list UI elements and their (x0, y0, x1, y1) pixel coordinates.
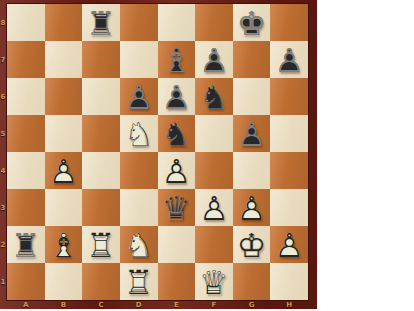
file-label-a: A (7, 301, 45, 309)
square-c5[interactable] (82, 115, 120, 152)
pawn-glyph-outline: ♙ (233, 116, 271, 153)
white-pawn[interactable]: ♟♙ (45, 152, 83, 189)
bishop-glyph-outline: ♗ (45, 227, 83, 264)
square-e7[interactable]: ♝♗ (158, 41, 196, 78)
white-pawn[interactable]: ♟♙ (195, 189, 233, 226)
queen-glyph-outline: ♕ (195, 264, 233, 301)
knight-glyph-outline: ♘ (158, 116, 196, 153)
square-c3[interactable] (82, 189, 120, 226)
square-c8[interactable]: ♜♖ (82, 4, 120, 41)
black-pawn[interactable]: ♟♙ (158, 78, 196, 115)
square-h1[interactable] (270, 263, 308, 300)
square-h3[interactable] (270, 189, 308, 226)
rank-label-6: 6 (0, 78, 6, 115)
square-f8[interactable] (195, 4, 233, 41)
rook-glyph-outline: ♖ (82, 5, 120, 42)
square-c4[interactable] (82, 152, 120, 189)
square-a5[interactable] (7, 115, 45, 152)
pawn-glyph-outline: ♙ (158, 153, 196, 190)
square-b8[interactable] (45, 4, 83, 41)
square-d3[interactable] (120, 189, 158, 226)
king-glyph-outline: ♔ (233, 5, 271, 42)
square-h5[interactable] (270, 115, 308, 152)
rook-glyph-outline: ♖ (7, 227, 45, 264)
black-pawn[interactable]: ♟♙ (270, 41, 308, 78)
rank-label-4: 4 (0, 152, 6, 189)
square-d2[interactable]: ♞♘ (120, 226, 158, 263)
square-d5[interactable]: ♞♘ (120, 115, 158, 152)
file-label-b: B (45, 301, 83, 309)
knight-glyph-outline: ♘ (120, 227, 158, 264)
white-knight[interactable]: ♞♘ (120, 115, 158, 152)
file-label-g: G (233, 301, 271, 309)
square-a4[interactable] (7, 152, 45, 189)
white-king[interactable]: ♚♔ (233, 226, 271, 263)
square-d8[interactable] (120, 4, 158, 41)
chess-board: ♜♖♚♔♝♗♟♙♟♙♟♙♟♙♞♘♞♘♞♘♟♙♟♙♟♙♛♕♟♙♟♙♜♖♝♗♜♖♞♘… (0, 0, 317, 309)
rank-label-5: 5 (0, 115, 6, 152)
square-b2[interactable]: ♝♗ (45, 226, 83, 263)
square-g1[interactable] (233, 263, 271, 300)
pawn-glyph-outline: ♙ (233, 190, 271, 227)
square-d7[interactable] (120, 41, 158, 78)
square-b1[interactable] (45, 263, 83, 300)
square-h8[interactable] (270, 4, 308, 41)
white-pawn[interactable]: ♟♙ (270, 226, 308, 263)
square-e4[interactable]: ♟♙ (158, 152, 196, 189)
white-pawn[interactable]: ♟♙ (158, 152, 196, 189)
square-c1[interactable] (82, 263, 120, 300)
square-c6[interactable] (82, 78, 120, 115)
square-g2[interactable]: ♚♔ (233, 226, 271, 263)
black-bishop[interactable]: ♝♗ (158, 41, 196, 78)
rank-label-2: 2 (0, 226, 6, 263)
white-rook[interactable]: ♜♖ (82, 226, 120, 263)
king-glyph-outline: ♔ (233, 227, 271, 264)
black-king[interactable]: ♚♔ (233, 4, 271, 41)
file-label-e: E (158, 301, 196, 309)
white-pawn[interactable]: ♟♙ (233, 189, 271, 226)
pawn-glyph-outline: ♙ (195, 42, 233, 79)
square-g8[interactable]: ♚♔ (233, 4, 271, 41)
square-a1[interactable] (7, 263, 45, 300)
rook-glyph-outline: ♖ (120, 264, 158, 301)
black-knight[interactable]: ♞♘ (195, 78, 233, 115)
pawn-glyph-outline: ♙ (45, 153, 83, 190)
black-rook[interactable]: ♜♖ (82, 4, 120, 41)
square-h7[interactable]: ♟♙ (270, 41, 308, 78)
square-a8[interactable] (7, 4, 45, 41)
file-label-f: F (195, 301, 233, 309)
black-knight[interactable]: ♞♘ (158, 115, 196, 152)
file-label-d: D (120, 301, 158, 309)
square-c2[interactable]: ♜♖ (82, 226, 120, 263)
square-d6[interactable]: ♟♙ (120, 78, 158, 115)
file-label-h: H (270, 301, 308, 309)
square-f3[interactable]: ♟♙ (195, 189, 233, 226)
pawn-glyph-outline: ♙ (270, 227, 308, 264)
queen-glyph-outline: ♕ (158, 190, 196, 227)
square-b6[interactable] (45, 78, 83, 115)
square-b5[interactable] (45, 115, 83, 152)
square-e2[interactable] (158, 226, 196, 263)
black-pawn[interactable]: ♟♙ (120, 78, 158, 115)
square-b7[interactable] (45, 41, 83, 78)
square-b4[interactable]: ♟♙ (45, 152, 83, 189)
square-h6[interactable] (270, 78, 308, 115)
square-e6[interactable]: ♟♙ (158, 78, 196, 115)
white-knight[interactable]: ♞♘ (120, 226, 158, 263)
square-g6[interactable] (233, 78, 271, 115)
rank-label-1: 1 (0, 263, 6, 300)
pawn-glyph-outline: ♙ (270, 42, 308, 79)
square-f2[interactable] (195, 226, 233, 263)
white-queen[interactable]: ♛♕ (195, 263, 233, 300)
bishop-glyph-outline: ♗ (158, 42, 196, 79)
square-e8[interactable] (158, 4, 196, 41)
square-e3[interactable]: ♛♕ (158, 189, 196, 226)
square-g3[interactable]: ♟♙ (233, 189, 271, 226)
black-pawn[interactable]: ♟♙ (233, 115, 271, 152)
rank-label-3: 3 (0, 189, 6, 226)
square-h4[interactable] (270, 152, 308, 189)
pawn-glyph-outline: ♙ (120, 79, 158, 116)
square-a6[interactable] (7, 78, 45, 115)
square-f4[interactable] (195, 152, 233, 189)
page: { "game": "chess", "position": { "fen": … (0, 0, 414, 311)
square-d4[interactable] (120, 152, 158, 189)
white-bishop[interactable]: ♝♗ (45, 226, 83, 263)
knight-glyph-outline: ♘ (120, 116, 158, 153)
black-pawn[interactable]: ♟♙ (195, 41, 233, 78)
knight-glyph-outline: ♘ (195, 79, 233, 116)
square-e1[interactable] (158, 263, 196, 300)
square-h2[interactable]: ♟♙ (270, 226, 308, 263)
square-a2[interactable]: ♜♖ (7, 226, 45, 263)
square-b3[interactable] (45, 189, 83, 226)
board-grid: ♜♖♚♔♝♗♟♙♟♙♟♙♟♙♞♘♞♘♞♘♟♙♟♙♟♙♛♕♟♙♟♙♜♖♝♗♜♖♞♘… (6, 3, 309, 301)
square-e5[interactable]: ♞♘ (158, 115, 196, 152)
white-rook[interactable]: ♜♖ (120, 263, 158, 300)
pawn-glyph-outline: ♙ (158, 79, 196, 116)
square-f6[interactable]: ♞♘ (195, 78, 233, 115)
square-a7[interactable] (7, 41, 45, 78)
square-g5[interactable]: ♟♙ (233, 115, 271, 152)
square-g7[interactable] (233, 41, 271, 78)
black-queen[interactable]: ♛♕ (158, 189, 196, 226)
file-label-c: C (82, 301, 120, 309)
square-f1[interactable]: ♛♕ (195, 263, 233, 300)
rank-label-7: 7 (0, 41, 6, 78)
rank-label-8: 8 (0, 4, 6, 41)
rook-glyph-outline: ♖ (82, 227, 120, 264)
pawn-glyph-outline: ♙ (195, 190, 233, 227)
square-g4[interactable] (233, 152, 271, 189)
black-rook[interactable]: ♜♖ (7, 226, 45, 263)
square-f5[interactable] (195, 115, 233, 152)
square-a3[interactable] (7, 189, 45, 226)
square-c7[interactable] (82, 41, 120, 78)
square-d1[interactable]: ♜♖ (120, 263, 158, 300)
square-f7[interactable]: ♟♙ (195, 41, 233, 78)
